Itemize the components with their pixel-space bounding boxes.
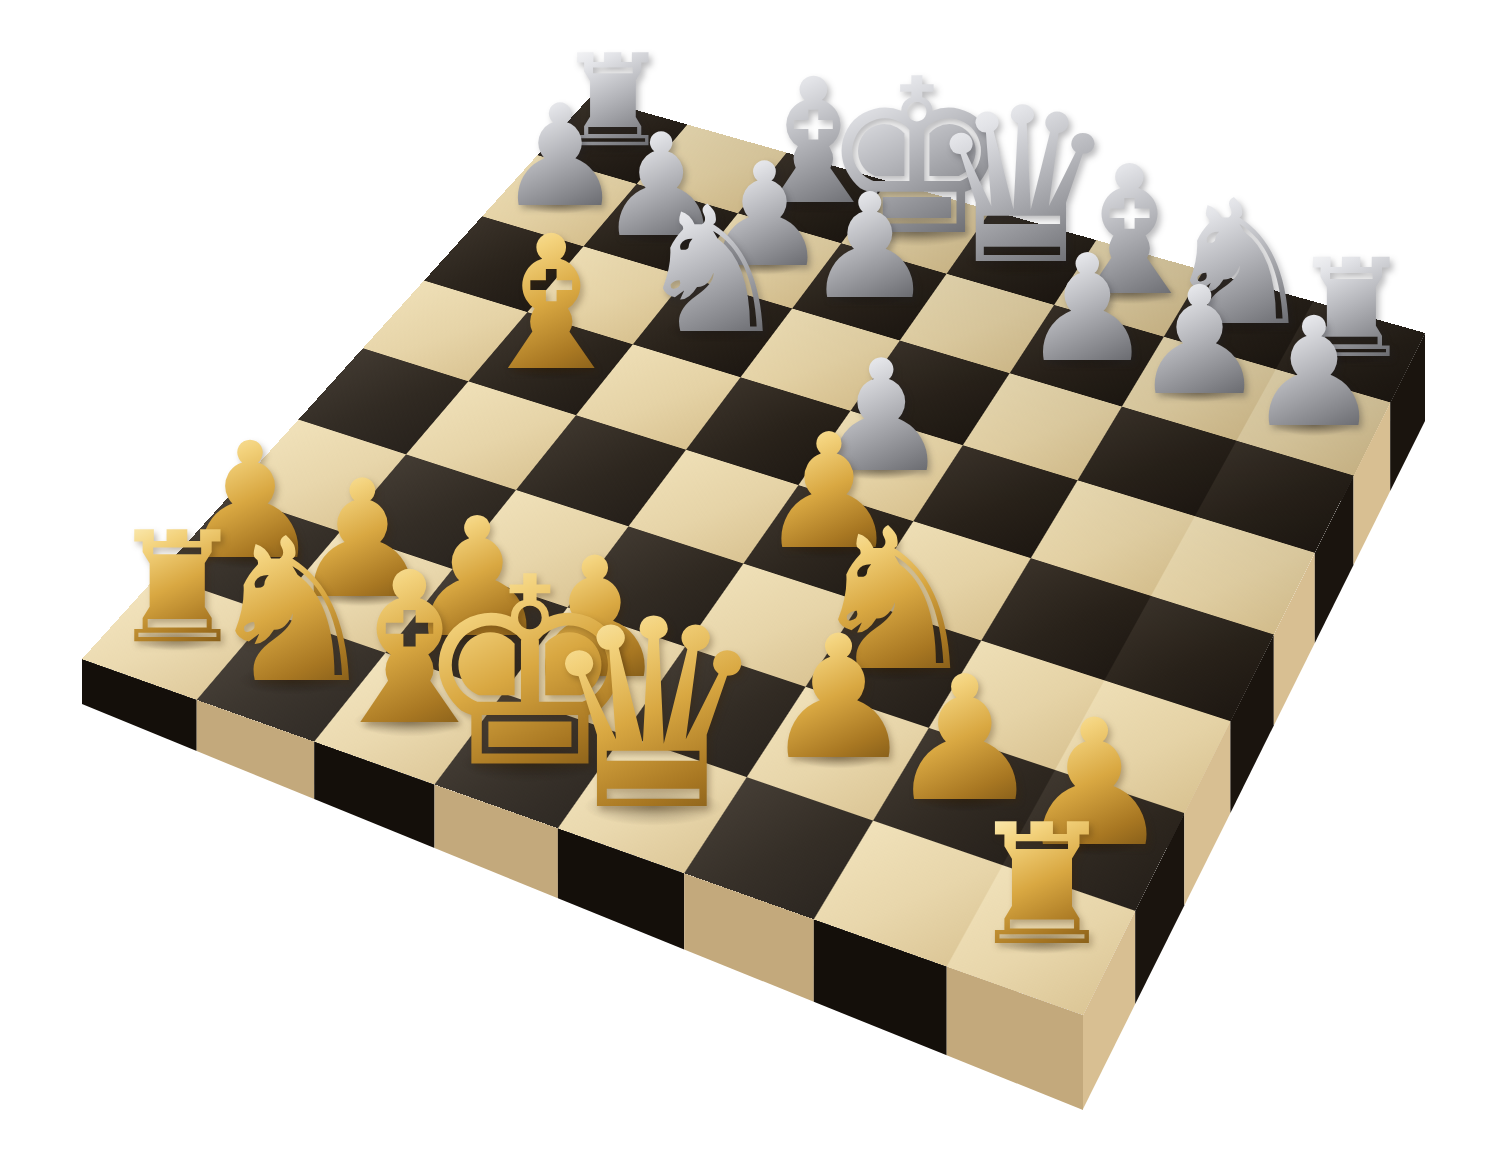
piece-black-queen-d8[interactable]: ♛ <box>536 587 770 848</box>
piece-white-pawn-e2[interactable]: ♟ <box>805 174 935 319</box>
piece-black-bishop-g4[interactable]: ♝ <box>468 211 634 396</box>
piece-black-rook-a8[interactable]: ♜ <box>967 803 1117 970</box>
board-stage: ♜♝♟♚♟♛♟♝♟♞♞♜♟♝♟♟♟♟♟♟♟♜♞♟♞♝♟♚♟♛♟♜ <box>0 0 1493 1159</box>
piece-white-knight-f3[interactable]: ♞ <box>635 184 792 359</box>
piece-white-pawn-a2[interactable]: ♟ <box>1246 299 1382 450</box>
